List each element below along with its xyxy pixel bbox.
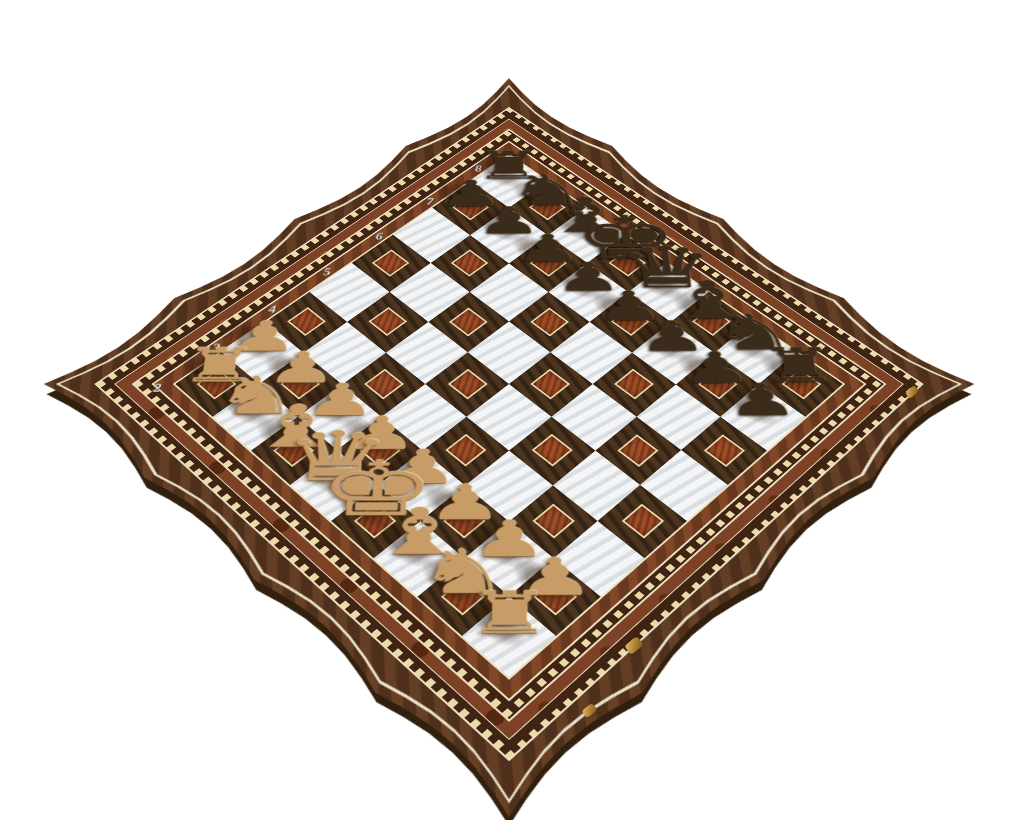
file-label-G: G bbox=[399, 782, 413, 801]
diamond-inlay bbox=[372, 249, 410, 276]
file-label-A: A bbox=[79, 478, 92, 492]
rank-label-2: 2 bbox=[153, 381, 163, 394]
border-burl-band: 12345678 ABCDEFGH ♜♞♝♚♛♝♞♜♟♟♟♟♟♟♟♟♟♟♟♟♟♟… bbox=[116, 119, 903, 738]
file-label-F: F bbox=[340, 726, 353, 744]
diamond-inlay bbox=[617, 434, 658, 467]
diamond-inlay bbox=[614, 369, 654, 400]
diamond-inlay bbox=[621, 504, 664, 539]
black-pawn-glyph: ♟ bbox=[723, 378, 800, 422]
border-pinline-2: 12345678 ABCDEFGH ♜♞♝♚♛♝♞♜♟♟♟♟♟♟♟♟♟♟♟♟♟♟… bbox=[114, 119, 904, 741]
border-pinline-outer: 12345678 ABCDEFGH ♜♞♝♚♛♝♞♜♟♟♟♟♟♟♟♟♟♟♟♟♟♟… bbox=[94, 107, 924, 761]
white-rook-glyph: ♜ bbox=[465, 584, 552, 643]
file-label-C: C bbox=[177, 571, 190, 587]
field-pinline: ♜♞♝♚♛♝♞♜♟♟♟♟♟♟♟♟♟♟♟♟♟♟♟♟♜♞♝♛♚♝♞♜ bbox=[173, 154, 846, 680]
border-pinline-3: 12345678 ABCDEFGH ♜♞♝♚♛♝♞♜♟♟♟♟♟♟♟♟♟♟♟♟♟♟… bbox=[131, 129, 886, 722]
diamond-inlay bbox=[531, 369, 571, 400]
board-field: ♜♞♝♚♛♝♞♜♟♟♟♟♟♟♟♟♟♟♟♟♟♟♟♟♜♞♝♛♚♝♞♜ bbox=[175, 155, 842, 677]
coordinate-band: 12345678 ABCDEFGH ♜♞♝♚♛♝♞♜♟♟♟♟♟♟♟♟♟♟♟♟♟♟… bbox=[154, 142, 864, 698]
file-label-B: B bbox=[127, 524, 140, 539]
board-outer-frame: 12345678 ABCDEFGH ♜♞♝♚♛♝♞♜♟♟♟♟♟♟♟♟♟♟♟♟♟♟… bbox=[44, 78, 975, 817]
file-label-D: D bbox=[228, 620, 242, 636]
diamond-inlay bbox=[704, 434, 745, 467]
outer-walnut-margin: 12345678 ABCDEFGH ♜♞♝♚♛♝♞♜♟♟♟♟♟♟♟♟♟♟♟♟♟♟… bbox=[60, 87, 959, 799]
diamond-inlay bbox=[368, 307, 407, 336]
diamond-inlay bbox=[531, 434, 572, 467]
file-label-E: E bbox=[283, 672, 296, 689]
chess-board: 12345678 ABCDEFGH ♜♞♝♚♛♝♞♜♟♟♟♟♟♟♟♟♟♟♟♟♟♟… bbox=[44, 78, 975, 817]
diamond-inlay bbox=[530, 307, 569, 336]
border-pinline-4: 12345678 ABCDEFGH ♜♞♝♚♛♝♞♜♟♟♟♟♟♟♟♟♟♟♟♟♟♟… bbox=[151, 141, 866, 702]
diamond-inlay bbox=[449, 307, 488, 336]
edge-pinstripe: 12345678 ABCDEFGH ♜♞♝♚♛♝♞♜♟♟♟♟♟♟♟♟♟♟♟♟♟♟… bbox=[56, 85, 963, 804]
chess-board-photo: 12345678 ABCDEFGH ♜♞♝♚♛♝♞♜♟♟♟♟♟♟♟♟♟♟♟♟♟♟… bbox=[0, 0, 1017, 820]
border-ribbon-inner: 12345678 ABCDEFGH ♜♞♝♚♛♝♞♜♟♟♟♟♟♟♟♟♟♟♟♟♟♟… bbox=[134, 130, 884, 719]
border-ribbon-outer: 12345678 ABCDEFGH ♜♞♝♚♛♝♞♜♟♟♟♟♟♟♟♟♟♟♟♟♟♟… bbox=[97, 108, 921, 758]
diamond-inlay bbox=[451, 249, 489, 276]
rank-label-1: 1 bbox=[91, 423, 101, 437]
square-h1[interactable]: ♜ bbox=[462, 596, 556, 677]
diamond-inlay bbox=[447, 369, 487, 400]
